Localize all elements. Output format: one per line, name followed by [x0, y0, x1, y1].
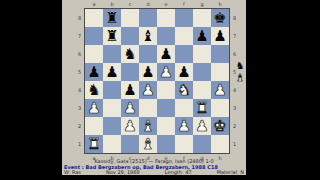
black-knight: ♞ — [123, 45, 136, 63]
black-rook: ♜ — [105, 9, 118, 27]
square-d4[interactable]: ♟ — [139, 81, 157, 99]
black-bishop: ♝ — [141, 27, 154, 45]
square-b2[interactable] — [103, 117, 121, 135]
black-pawn: ♟ — [87, 63, 100, 81]
file-label-e: e — [157, 1, 175, 7]
details-segment-3: Material: N — [217, 170, 244, 175]
square-f8[interactable] — [175, 9, 193, 27]
rank-label-1: 1 — [231, 135, 238, 153]
black-pawn: ♟ — [159, 45, 172, 63]
board-panel: abcdefgh 87654321 ♜♚♜♝♟♟♞♟♟♟♟♟♟♞♟♟♞♟♟♟♜♟… — [62, 0, 246, 175]
square-f6[interactable] — [175, 45, 193, 63]
square-a3[interactable]: ♟ — [85, 99, 103, 117]
square-h7[interactable]: ♟ — [211, 27, 229, 45]
file-label-d: d — [139, 1, 157, 7]
square-a1[interactable]: ♜ — [85, 135, 103, 153]
square-h4[interactable]: ♟ — [211, 81, 229, 99]
square-c7[interactable] — [121, 27, 139, 45]
white-pawn: ♟ — [87, 99, 100, 117]
square-e5[interactable]: ♟ — [157, 63, 175, 81]
rank-label-3: 3 — [231, 99, 238, 117]
rank-label-1: 1 — [76, 135, 83, 153]
black-pawn: ♟ — [213, 27, 226, 45]
black-knight: ♞ — [87, 81, 100, 99]
square-h5[interactable] — [211, 63, 229, 81]
square-e1[interactable] — [157, 135, 175, 153]
square-a5[interactable]: ♟ — [85, 63, 103, 81]
square-b5[interactable]: ♟ — [103, 63, 121, 81]
square-e8[interactable] — [157, 9, 175, 27]
square-c5[interactable] — [121, 63, 139, 81]
square-e3[interactable] — [157, 99, 175, 117]
square-a8[interactable] — [85, 9, 103, 27]
square-b3[interactable] — [103, 99, 121, 117]
square-d2[interactable]: ♝ — [139, 117, 157, 135]
white-pawn: ♟ — [177, 117, 190, 135]
rank-label-6: 6 — [76, 45, 83, 63]
white-pawn: ♟ — [213, 81, 226, 99]
square-g1[interactable] — [193, 135, 211, 153]
square-f5[interactable]: ♟ — [175, 63, 193, 81]
square-h1[interactable] — [211, 135, 229, 153]
black-rook: ♜ — [105, 27, 118, 45]
rank-labels-left: 87654321 — [76, 9, 83, 153]
square-g8[interactable] — [193, 9, 211, 27]
white-bishop: ♝ — [141, 135, 154, 153]
square-h8[interactable]: ♚ — [211, 9, 229, 27]
white-pawn: ♟ — [195, 117, 208, 135]
square-d6[interactable] — [139, 45, 157, 63]
file-label-a: a — [85, 1, 103, 7]
details-segment-0: W: Ras — [64, 170, 81, 175]
white-king: ♚ — [213, 117, 226, 135]
white-pawn: ♟ — [159, 63, 172, 81]
square-g2[interactable]: ♟ — [193, 117, 211, 135]
details-caption: W: RasNov 29, 1988Length: 47Material: N — [64, 170, 244, 175]
chess-board[interactable]: ♜♚♜♝♟♟♞♟♟♟♟♟♟♞♟♟♞♟♟♟♜♟♝♟♟♚♜♝ — [84, 8, 230, 154]
square-g6[interactable] — [193, 45, 211, 63]
file-labels-top: abcdefgh — [85, 1, 229, 7]
square-c2[interactable]: ♟ — [121, 117, 139, 135]
square-g7[interactable]: ♟ — [193, 27, 211, 45]
square-c3[interactable]: ♟ — [121, 99, 139, 117]
file-label-g: g — [193, 1, 211, 7]
square-f1[interactable] — [175, 135, 193, 153]
square-b1[interactable] — [103, 135, 121, 153]
square-e2[interactable] — [157, 117, 175, 135]
square-b7[interactable]: ♜ — [103, 27, 121, 45]
rank-label-5: 5 — [76, 63, 83, 81]
white-pawn: ♟ — [123, 117, 136, 135]
white-bishop: ♝ — [141, 117, 154, 135]
square-g5[interactable] — [193, 63, 211, 81]
details-segment-1: Nov 29, 1988 — [106, 170, 140, 175]
square-b4[interactable] — [103, 81, 121, 99]
square-b8[interactable]: ♜ — [103, 9, 121, 27]
square-c1[interactable] — [121, 135, 139, 153]
square-c6[interactable]: ♞ — [121, 45, 139, 63]
square-e6[interactable]: ♟ — [157, 45, 175, 63]
white-bishop-icon: ♝ — [236, 72, 245, 83]
square-a4[interactable]: ♞ — [85, 81, 103, 99]
rank-label-3: 3 — [76, 99, 83, 117]
rank-label-7: 7 — [76, 27, 83, 45]
rank-label-8: 8 — [231, 9, 238, 27]
video-frame: abcdefgh 87654321 ♜♚♜♝♟♟♞♟♟♟♟♟♟♞♟♟♞♟♟♟♜♟… — [0, 0, 320, 180]
square-e7[interactable] — [157, 27, 175, 45]
square-b6[interactable] — [103, 45, 121, 63]
file-label-h: h — [211, 1, 229, 7]
square-f7[interactable] — [175, 27, 193, 45]
square-h3[interactable] — [211, 99, 229, 117]
square-d3[interactable] — [139, 99, 157, 117]
square-d8[interactable] — [139, 9, 157, 27]
black-king: ♚ — [213, 9, 226, 27]
black-pawn: ♟ — [141, 63, 154, 81]
square-c8[interactable] — [121, 9, 139, 27]
square-h6[interactable] — [211, 45, 229, 63]
file-label-b: b — [103, 1, 121, 7]
white-knight: ♞ — [177, 81, 190, 99]
square-a7[interactable] — [85, 27, 103, 45]
details-segment-2: Length: 47 — [165, 170, 192, 175]
black-pawn: ♟ — [105, 63, 118, 81]
black-knight-icon: ♞ — [236, 60, 245, 71]
square-c4[interactable]: ♟ — [121, 81, 139, 99]
white-pawn: ♟ — [141, 81, 154, 99]
square-g3[interactable]: ♜ — [193, 99, 211, 117]
rank-label-2: 2 — [231, 117, 238, 135]
square-g4[interactable] — [193, 81, 211, 99]
rank-label-4: 4 — [231, 81, 238, 99]
square-f3[interactable] — [175, 99, 193, 117]
rank-label-8: 8 — [76, 9, 83, 27]
white-rook: ♜ — [195, 99, 208, 117]
black-pawn: ♟ — [123, 81, 136, 99]
black-pawn: ♟ — [177, 63, 190, 81]
square-f4[interactable]: ♞ — [175, 81, 193, 99]
square-a2[interactable] — [85, 117, 103, 135]
square-a6[interactable] — [85, 45, 103, 63]
square-f2[interactable]: ♟ — [175, 117, 193, 135]
white-pawn: ♟ — [123, 99, 136, 117]
black-pawn: ♟ — [195, 27, 208, 45]
file-label-c: c — [121, 1, 139, 7]
players-caption: Kassidy, Gata (2515) — Farago, Ivan (248… — [64, 159, 244, 164]
rank-label-7: 7 — [231, 27, 238, 45]
white-rook: ♜ — [87, 135, 100, 153]
square-d1[interactable]: ♝ — [139, 135, 157, 153]
rank-label-2: 2 — [76, 117, 83, 135]
square-e4[interactable] — [157, 81, 175, 99]
square-d7[interactable]: ♝ — [139, 27, 157, 45]
rank-label-4: 4 — [76, 81, 83, 99]
file-label-f: f — [175, 1, 193, 7]
square-d5[interactable]: ♟ — [139, 63, 157, 81]
square-h2[interactable]: ♚ — [211, 117, 229, 135]
material-panel: ♞ ♝ — [234, 60, 246, 83]
